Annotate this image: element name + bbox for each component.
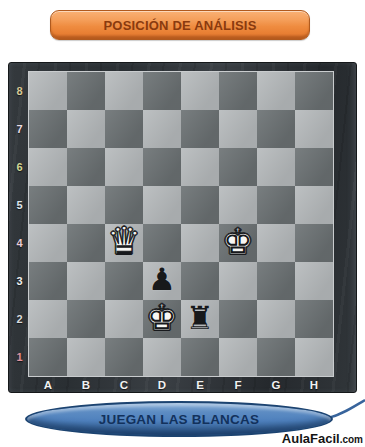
file-label-a: A <box>29 378 67 393</box>
square-d4 <box>143 224 181 262</box>
square-d6 <box>143 148 181 186</box>
aulafacil-watermark: AulaFacil.com <box>282 429 363 447</box>
square-c3 <box>105 262 143 300</box>
square-e8 <box>181 72 219 110</box>
square-e4 <box>181 224 219 262</box>
square-a4 <box>29 224 67 262</box>
square-f7 <box>219 110 257 148</box>
square-a6 <box>29 148 67 186</box>
square-g4 <box>257 224 295 262</box>
analysis-position-label: POSICIÓN DE ANÁLISIS <box>103 18 256 33</box>
square-e6 <box>181 148 219 186</box>
square-g8 <box>257 72 295 110</box>
square-a5 <box>29 186 67 224</box>
square-b6 <box>67 148 105 186</box>
square-a2 <box>29 300 67 338</box>
white-to-move-label: JUEGAN LAS BLANCAS <box>99 412 259 427</box>
square-f8 <box>219 72 257 110</box>
square-h8 <box>295 72 333 110</box>
square-h7 <box>295 110 333 148</box>
rank-label-1: 1 <box>12 338 27 376</box>
square-c1 <box>105 338 143 376</box>
square-c8 <box>105 72 143 110</box>
file-label-e: E <box>181 378 219 393</box>
analysis-position-banner: POSICIÓN DE ANÁLISIS <box>50 10 310 40</box>
square-c7 <box>105 110 143 148</box>
square-c2 <box>105 300 143 338</box>
white-queen-c4: ♛ <box>107 222 141 260</box>
file-label-c: C <box>105 378 143 393</box>
square-c5 <box>105 186 143 224</box>
square-g3 <box>257 262 295 300</box>
chess-board-frame: ♛♚♟♚♜ 87654321ABCDEFGH <box>8 62 357 393</box>
square-h6 <box>295 148 333 186</box>
square-b3 <box>67 262 105 300</box>
square-b5 <box>67 186 105 224</box>
square-b2 <box>67 300 105 338</box>
square-f3 <box>219 262 257 300</box>
square-d1 <box>143 338 181 376</box>
square-a1 <box>29 338 67 376</box>
file-label-g: G <box>257 378 295 393</box>
square-f1 <box>219 338 257 376</box>
square-b7 <box>67 110 105 148</box>
square-d5 <box>143 186 181 224</box>
black-pawn-d3: ♟ <box>148 264 176 295</box>
watermark-name: AulaFacil <box>282 431 340 446</box>
square-e1 <box>181 338 219 376</box>
square-g1 <box>257 338 295 376</box>
square-h3 <box>295 262 333 300</box>
file-label-b: B <box>67 378 105 393</box>
file-label-f: F <box>219 378 257 393</box>
white-king-f4: ♚ <box>222 224 254 260</box>
square-g7 <box>257 110 295 148</box>
square-e2: ♜ <box>181 300 219 338</box>
square-a7 <box>29 110 67 148</box>
black-rook-e2: ♜ <box>186 302 215 334</box>
square-e5 <box>181 186 219 224</box>
white-king-d2: ♚ <box>146 300 178 336</box>
file-label-h: H <box>295 378 333 393</box>
square-f2 <box>219 300 257 338</box>
rank-label-7: 7 <box>12 110 27 148</box>
square-b4 <box>67 224 105 262</box>
square-d3: ♟ <box>143 262 181 300</box>
square-f5 <box>219 186 257 224</box>
rank-label-2: 2 <box>12 300 27 338</box>
square-f4: ♚ <box>219 224 257 262</box>
square-e3 <box>181 262 219 300</box>
square-d2: ♚ <box>143 300 181 338</box>
square-d8 <box>143 72 181 110</box>
square-h1 <box>295 338 333 376</box>
square-a8 <box>29 72 67 110</box>
square-e7 <box>181 110 219 148</box>
square-h4 <box>295 224 333 262</box>
square-g2 <box>257 300 295 338</box>
square-g6 <box>257 148 295 186</box>
square-h5 <box>295 186 333 224</box>
square-c4: ♛ <box>105 224 143 262</box>
square-c6 <box>105 148 143 186</box>
square-b1 <box>67 338 105 376</box>
square-d7 <box>143 110 181 148</box>
file-label-d: D <box>143 378 181 393</box>
watermark-suffix: .com <box>340 434 363 445</box>
rank-label-8: 8 <box>12 72 27 110</box>
square-f6 <box>219 148 257 186</box>
rank-label-5: 5 <box>12 186 27 224</box>
rank-label-4: 4 <box>12 224 27 262</box>
rank-label-6: 6 <box>12 148 27 186</box>
rank-label-3: 3 <box>12 262 27 300</box>
square-h2 <box>295 300 333 338</box>
square-b8 <box>67 72 105 110</box>
square-a3 <box>29 262 67 300</box>
board-grid: ♛♚♟♚♜ <box>29 72 333 376</box>
square-g5 <box>257 186 295 224</box>
